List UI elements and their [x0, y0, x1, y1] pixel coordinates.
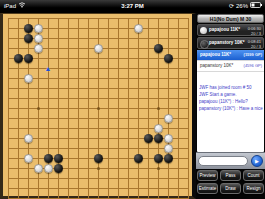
black-stone [24, 54, 33, 63]
black-stone [134, 154, 143, 163]
estimate-button[interactable]: Estimate [197, 183, 218, 194]
preview-button[interactable]: Preview [197, 170, 218, 181]
black-stone [144, 134, 153, 143]
chat-log: JWF has joined room # 50 JWF Start a gam… [199, 84, 263, 112]
send-button[interactable]: ▶ [251, 155, 263, 167]
black-stone [24, 34, 33, 43]
last-move-marker: ▲ [45, 65, 52, 72]
pass-button[interactable]: Pass [220, 170, 241, 181]
black-stone [164, 54, 173, 63]
white-stone [24, 154, 33, 163]
clock: 3:27 PM [0, 0, 265, 13]
roster-row[interactable]: papanstory 10K* (4596 GP) [197, 61, 264, 72]
go-board[interactable]: ▲ [0, 13, 196, 199]
black-stone [54, 164, 63, 173]
star-point [37, 107, 40, 110]
black-stone [24, 24, 33, 33]
white-stone [154, 124, 163, 133]
roster-row-selected[interactable]: papajoou 11K* (1599 GP) [197, 50, 264, 61]
star-point [97, 107, 100, 110]
chat-message: papanstory (10K*) : Have a nice game. [199, 105, 263, 112]
chat-area: papajoou 11K* (1599 GP) papanstory 10K* … [197, 50, 264, 152]
battery-icon [250, 0, 262, 13]
black-stone [44, 154, 53, 163]
black-stone [14, 54, 23, 63]
star-point [97, 167, 100, 170]
rotation-lock-icon: ⟳ [229, 0, 234, 13]
white-stone [24, 74, 33, 83]
chat-message: JWF has joined room # 50 [199, 84, 263, 91]
count-button[interactable]: Count [243, 170, 264, 181]
black-stone [54, 154, 63, 163]
white-stone [94, 44, 103, 53]
go-board-grid[interactable]: ▲ [8, 18, 189, 199]
black-stone [154, 44, 163, 53]
status-bar: 3:27 PM iPad ⟳ 26% [0, 0, 265, 13]
white-stone [134, 24, 143, 33]
player-clock: 0:06:30 20 / 3 [248, 26, 261, 36]
chat-input-bar: ▶ [196, 152, 265, 169]
black-stone [94, 154, 103, 163]
white-stone [34, 44, 43, 53]
player-clock: 0:08:41 20 / 3 [248, 39, 261, 49]
black-stone [154, 134, 163, 143]
wifi-icon [18, 0, 26, 13]
white-stone [164, 134, 173, 143]
white-stone [44, 164, 53, 173]
white-stone [34, 24, 43, 33]
action-buttons: Preview Pass Count Estimate Draw Resign [197, 170, 264, 194]
white-stone [34, 164, 43, 173]
white-stone [24, 134, 33, 143]
star-point [157, 107, 160, 110]
player-row-black[interactable]: papanstory 10K* 0:08:41 20 / 3 [197, 37, 264, 49]
draw-button[interactable]: Draw [220, 183, 241, 194]
chat-message: papajoou (11K*) : Hello? [199, 98, 263, 105]
black-stone-icon [200, 40, 209, 49]
black-stone [164, 154, 173, 163]
game-panel: H1(No Dum) M 30 papajoou 11K* 0:06:30 20… [196, 13, 265, 199]
player-row-white[interactable]: papajoou 11K* 0:06:30 20 / 3 [197, 24, 264, 36]
carrier-label: iPad [4, 0, 16, 13]
player-name: papanstory 10K* [209, 40, 245, 45]
white-stone [34, 34, 43, 43]
player-name: papajoou 11K* [209, 27, 240, 32]
white-stone [164, 114, 173, 123]
app-screen: 3:27 PM iPad ⟳ 26% ▲ H1(No Dum) M 30 pap… [0, 0, 265, 199]
white-stone [164, 144, 173, 153]
chat-message: JWF Start a game. [199, 91, 263, 98]
black-stone [154, 154, 163, 163]
white-stone-icon [200, 27, 207, 34]
chat-input[interactable] [198, 156, 248, 166]
star-point [157, 167, 160, 170]
battery-percent: 26% [236, 0, 248, 13]
resign-button[interactable]: Resign [243, 183, 264, 194]
game-title-bar[interactable]: H1(No Dum) M 30 [197, 14, 264, 23]
